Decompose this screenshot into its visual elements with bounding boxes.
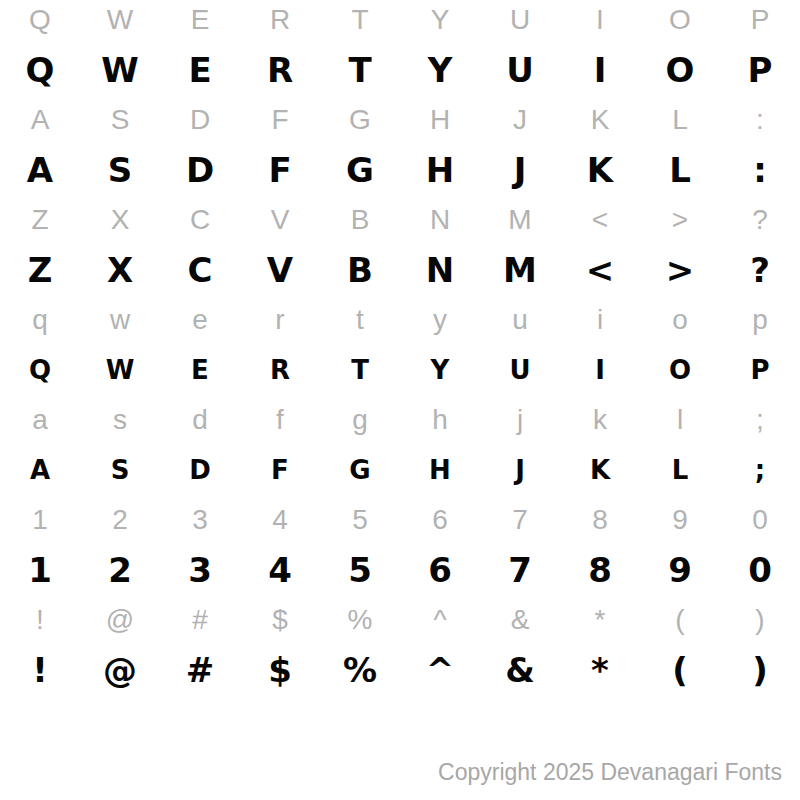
glyph-row-8-specimen: qwertyuiop bbox=[0, 345, 800, 395]
glyph-cell: A bbox=[0, 95, 80, 145]
glyph-cell: 0 bbox=[720, 495, 800, 545]
glyph-cell: K bbox=[560, 95, 640, 145]
glyph-cell: > bbox=[640, 195, 720, 245]
glyph-row-14-specimen: !@#$%^&*() bbox=[0, 645, 800, 695]
glyph-cell: F bbox=[240, 95, 320, 145]
glyph-cell: B bbox=[320, 195, 400, 245]
glyph-cell: ) bbox=[720, 595, 800, 645]
glyph-cell: N bbox=[400, 195, 480, 245]
glyph-cell: l bbox=[640, 445, 720, 495]
glyph-cell: O bbox=[640, 0, 720, 45]
glyph-cell: f bbox=[240, 395, 320, 445]
glyph-cell: d bbox=[160, 395, 240, 445]
glyph-cell: @ bbox=[80, 645, 160, 695]
glyph-cell: W bbox=[80, 45, 160, 95]
glyph-cell: ; bbox=[720, 395, 800, 445]
glyph-cell: C bbox=[160, 245, 240, 295]
glyph-cell: i bbox=[560, 295, 640, 345]
glyph-cell: $ bbox=[240, 645, 320, 695]
glyph-row-1-reference: QWERTYUIOP bbox=[0, 0, 800, 45]
glyph-cell: 7 bbox=[480, 495, 560, 545]
glyph-cell: e bbox=[160, 295, 240, 345]
glyph-cell: j bbox=[480, 445, 560, 495]
glyph-cell: J bbox=[480, 145, 560, 195]
glyph-cell: i bbox=[560, 345, 640, 395]
glyph-cell: j bbox=[480, 395, 560, 445]
glyph-row-4-specimen: ASDFGHJKL: bbox=[0, 145, 800, 195]
glyph-cell: X bbox=[80, 195, 160, 245]
glyph-cell: % bbox=[320, 645, 400, 695]
glyph-cell: I bbox=[560, 45, 640, 95]
glyph-cell: r bbox=[240, 295, 320, 345]
glyph-cell: k bbox=[560, 445, 640, 495]
glyph-cell: ? bbox=[720, 195, 800, 245]
glyph-cell: * bbox=[560, 595, 640, 645]
glyph-cell: E bbox=[160, 0, 240, 45]
glyph-cell: D bbox=[160, 95, 240, 145]
glyph-cell: ! bbox=[0, 645, 80, 695]
glyph-cell: f bbox=[240, 445, 320, 495]
glyph-cell: N bbox=[400, 245, 480, 295]
glyph-cell: p bbox=[720, 295, 800, 345]
glyph-cell: 6 bbox=[400, 495, 480, 545]
glyph-cell: 4 bbox=[240, 495, 320, 545]
glyph-cell: Y bbox=[400, 45, 480, 95]
glyph-cell: 4 bbox=[240, 545, 320, 595]
glyph-cell: h bbox=[400, 445, 480, 495]
glyph-cell: % bbox=[320, 595, 400, 645]
glyph-cell: R bbox=[240, 0, 320, 45]
glyph-cell: G bbox=[320, 95, 400, 145]
glyph-row-2-specimen: QWERTYUIOP bbox=[0, 45, 800, 95]
glyph-cell: P bbox=[720, 45, 800, 95]
glyph-row-7-reference: qwertyuiop bbox=[0, 295, 800, 345]
glyph-cell: # bbox=[160, 595, 240, 645]
glyph-row-10-specimen: asdfghjkl; bbox=[0, 445, 800, 495]
glyph-row-11-reference: 1234567890 bbox=[0, 495, 800, 545]
glyph-cell: L bbox=[640, 95, 720, 145]
glyph-cell: : bbox=[720, 95, 800, 145]
glyph-cell: L bbox=[640, 145, 720, 195]
copyright-text: Copyright 2025 Devanagari Fonts bbox=[438, 757, 782, 787]
glyph-cell: y bbox=[400, 345, 480, 395]
glyph-row-13-reference: !@#$%^&*() bbox=[0, 595, 800, 645]
glyph-cell: u bbox=[480, 295, 560, 345]
glyph-cell: U bbox=[480, 45, 560, 95]
glyph-cell: $ bbox=[240, 595, 320, 645]
glyph-cell: 2 bbox=[80, 545, 160, 595]
glyph-cell: J bbox=[480, 95, 560, 145]
glyph-cell: B bbox=[320, 245, 400, 295]
glyph-cell: 3 bbox=[160, 545, 240, 595]
glyph-cell: ( bbox=[640, 645, 720, 695]
glyph-cell: * bbox=[560, 645, 640, 695]
glyph-row-12-specimen: 1234567890 bbox=[0, 545, 800, 595]
glyph-cell: O bbox=[640, 45, 720, 95]
glyph-cell: M bbox=[480, 195, 560, 245]
glyph-cell: & bbox=[480, 645, 560, 695]
glyph-cell: Y bbox=[400, 0, 480, 45]
glyph-cell: q bbox=[0, 345, 80, 395]
glyph-cell: T bbox=[320, 45, 400, 95]
glyph-cell: : bbox=[720, 145, 800, 195]
glyph-cell: V bbox=[240, 245, 320, 295]
glyph-cell: l bbox=[640, 395, 720, 445]
glyph-cell: s bbox=[80, 395, 160, 445]
glyph-cell: E bbox=[160, 45, 240, 95]
glyph-cell: M bbox=[480, 245, 560, 295]
glyph-cell: > bbox=[640, 245, 720, 295]
glyph-cell: H bbox=[400, 145, 480, 195]
glyph-cell: s bbox=[80, 445, 160, 495]
glyph-cell: a bbox=[0, 445, 80, 495]
glyph-cell: ! bbox=[0, 595, 80, 645]
glyph-cell: < bbox=[560, 245, 640, 295]
glyph-cell: X bbox=[80, 245, 160, 295]
glyph-cell: 1 bbox=[0, 545, 80, 595]
glyph-cell: ; bbox=[720, 445, 800, 495]
glyph-cell: # bbox=[160, 645, 240, 695]
glyph-cell: t bbox=[320, 345, 400, 395]
glyph-cell: S bbox=[80, 145, 160, 195]
glyph-cell: 3 bbox=[160, 495, 240, 545]
glyph-cell: 9 bbox=[640, 545, 720, 595]
glyph-cell: p bbox=[720, 345, 800, 395]
glyph-cell: Z bbox=[0, 195, 80, 245]
glyph-cell: w bbox=[80, 345, 160, 395]
glyph-cell: & bbox=[480, 595, 560, 645]
glyph-cell: ) bbox=[720, 645, 800, 695]
glyph-cell: Q bbox=[0, 45, 80, 95]
glyph-row-9-reference: asdfghjkl; bbox=[0, 395, 800, 445]
glyph-cell: S bbox=[80, 95, 160, 145]
glyph-cell: ? bbox=[720, 245, 800, 295]
glyph-grid: QWERTYUIOPQWERTYUIOPASDFGHJKL:ASDFGHJKL:… bbox=[0, 0, 800, 695]
glyph-cell: F bbox=[240, 145, 320, 195]
glyph-cell: 5 bbox=[320, 545, 400, 595]
glyph-cell: a bbox=[0, 395, 80, 445]
glyph-cell: C bbox=[160, 195, 240, 245]
glyph-cell: R bbox=[240, 45, 320, 95]
glyph-cell: 1 bbox=[0, 495, 80, 545]
glyph-row-5-reference: ZXCVBNM<>? bbox=[0, 195, 800, 245]
glyph-cell: V bbox=[240, 195, 320, 245]
glyph-cell: 6 bbox=[400, 545, 480, 595]
glyph-cell: u bbox=[480, 345, 560, 395]
glyph-cell: g bbox=[320, 445, 400, 495]
glyph-cell: ^ bbox=[400, 645, 480, 695]
glyph-cell: T bbox=[320, 0, 400, 45]
glyph-cell: h bbox=[400, 395, 480, 445]
glyph-cell: U bbox=[480, 0, 560, 45]
glyph-cell: 9 bbox=[640, 495, 720, 545]
glyph-cell: Q bbox=[0, 0, 80, 45]
glyph-cell: Z bbox=[0, 245, 80, 295]
glyph-cell: K bbox=[560, 145, 640, 195]
glyph-cell: e bbox=[160, 345, 240, 395]
glyph-cell: W bbox=[80, 0, 160, 45]
glyph-cell: P bbox=[720, 0, 800, 45]
glyph-cell: t bbox=[320, 295, 400, 345]
glyph-row-6-specimen: ZXCVBNM<>? bbox=[0, 245, 800, 295]
glyph-cell: A bbox=[0, 145, 80, 195]
glyph-cell: 8 bbox=[560, 545, 640, 595]
glyph-cell: 8 bbox=[560, 495, 640, 545]
glyph-cell: y bbox=[400, 295, 480, 345]
glyph-cell: r bbox=[240, 345, 320, 395]
glyph-cell: I bbox=[560, 0, 640, 45]
glyph-cell: o bbox=[640, 345, 720, 395]
glyph-cell: G bbox=[320, 145, 400, 195]
glyph-row-3-reference: ASDFGHJKL: bbox=[0, 95, 800, 145]
glyph-cell: ^ bbox=[400, 595, 480, 645]
glyph-cell: 7 bbox=[480, 545, 560, 595]
glyph-cell: < bbox=[560, 195, 640, 245]
glyph-cell: g bbox=[320, 395, 400, 445]
glyph-cell: k bbox=[560, 395, 640, 445]
glyph-cell: 0 bbox=[720, 545, 800, 595]
glyph-cell: d bbox=[160, 445, 240, 495]
glyph-cell: D bbox=[160, 145, 240, 195]
glyph-cell: @ bbox=[80, 595, 160, 645]
glyph-cell: w bbox=[80, 295, 160, 345]
glyph-cell: q bbox=[0, 295, 80, 345]
glyph-cell: ( bbox=[640, 595, 720, 645]
glyph-cell: 2 bbox=[80, 495, 160, 545]
glyph-cell: o bbox=[640, 295, 720, 345]
glyph-cell: H bbox=[400, 95, 480, 145]
glyph-cell: 5 bbox=[320, 495, 400, 545]
